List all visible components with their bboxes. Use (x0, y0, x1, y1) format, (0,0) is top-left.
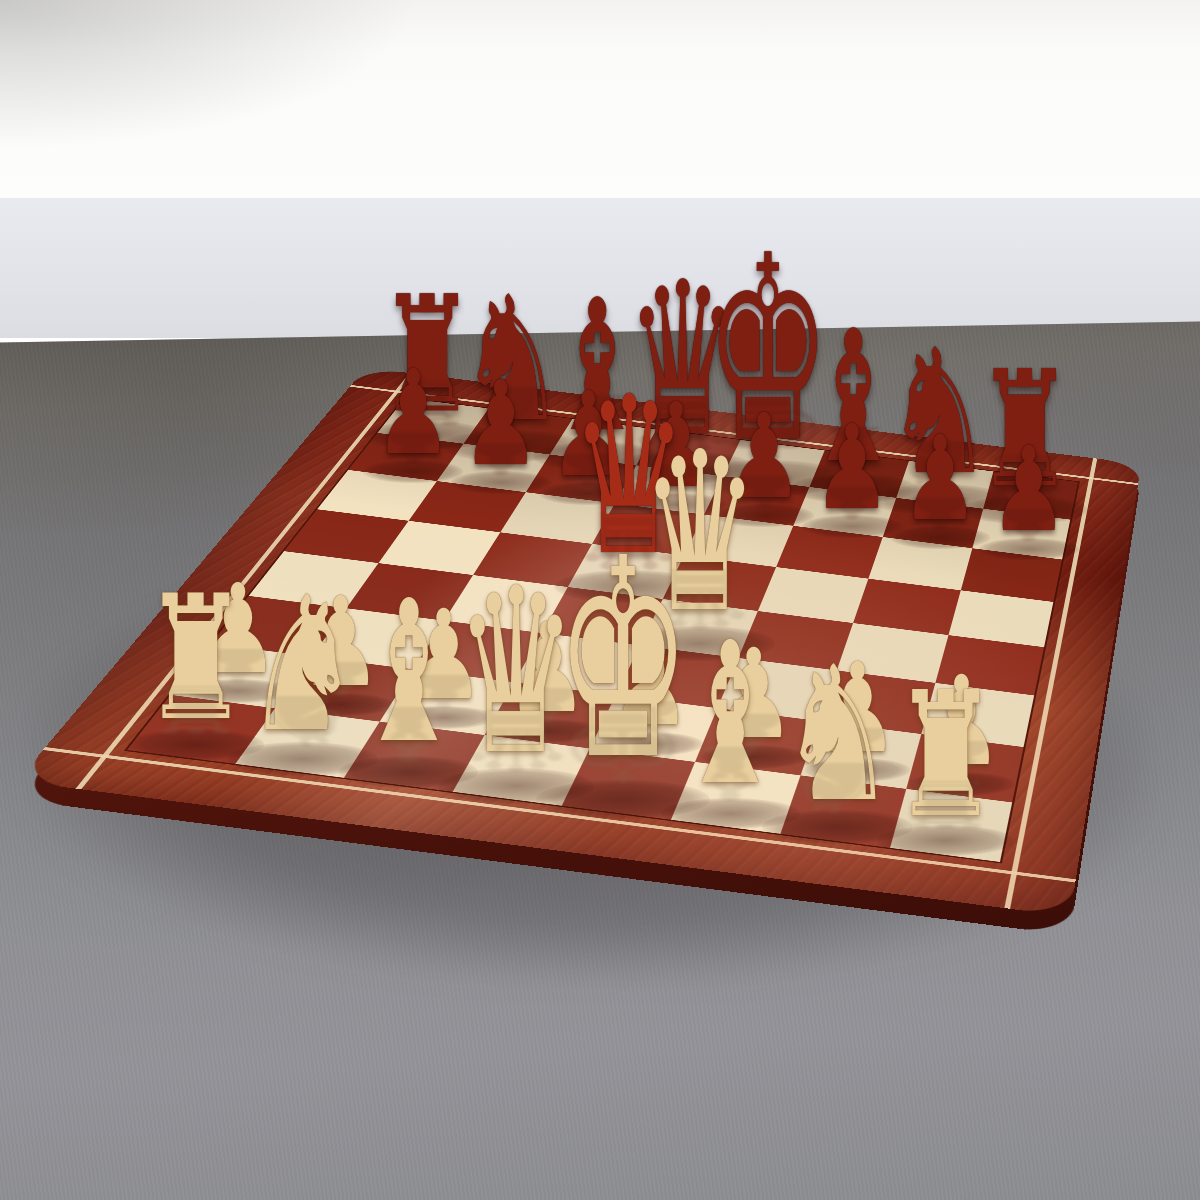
piece-red-pawn-a7[interactable]: ♟♟ (370, 385, 457, 472)
piece-gloss-reflection: ♟ (897, 491, 984, 536)
piece-red-pawn-h7[interactable]: ♟♟ (985, 462, 1072, 549)
piece-gloss-reflection: ♟ (457, 436, 544, 481)
piece-gloss-reflection: ♜ (886, 772, 1005, 838)
wall-corner-shadow (0, 0, 420, 150)
scene: ♜♜♞♞♝♝♛♛♚♚♝♝♞♞♜♜♟♟♟♟♟♟♟♟♟♟♟♟♟♟♟♟♛♛♛♛♟♟♟♟… (0, 0, 1200, 1200)
piece-gloss-reflection: ♟ (985, 502, 1072, 547)
piece-gloss-reflection: ♟ (370, 425, 457, 469)
piece-gloss-reflection: ♟ (809, 480, 896, 525)
piece-red-pawn-f7[interactable]: ♟♟ (809, 440, 896, 527)
piece-red-pawn-g7[interactable]: ♟♟ (897, 451, 984, 538)
piece-white-rook-h1[interactable]: ♜♜ (886, 722, 1005, 841)
piece-white-knight-g1[interactable]: ♞♞ (772, 696, 903, 827)
piece-red-pawn-b7[interactable]: ♟♟ (457, 396, 544, 483)
piece-gloss-reflection: ♞ (772, 752, 903, 823)
